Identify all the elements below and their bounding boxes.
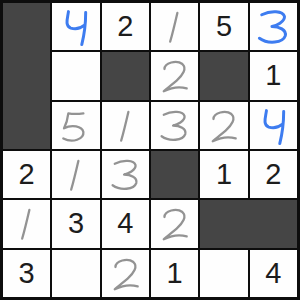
cell-r2c1[interactable]: [52, 102, 99, 149]
given-digit-2: 2: [19, 160, 35, 189]
given-digit-5: 5: [216, 12, 232, 41]
cell-r3c5[interactable]: 2: [250, 151, 297, 198]
cell-r1c5[interactable]: 1: [250, 52, 297, 99]
ink-digit-4: [52, 3, 99, 50]
pencil-digit-2: [153, 54, 196, 97]
given-digit-4: 4: [265, 259, 281, 288]
black-cell-r0c0: [3, 3, 50, 149]
cell-r3c0[interactable]: 2: [3, 151, 50, 198]
black-cell-r3c3: [151, 151, 198, 198]
given-digit-3: 3: [19, 259, 35, 288]
pencil-digit-2: [153, 202, 196, 245]
cell-r5c3[interactable]: 1: [151, 250, 198, 297]
given-digit-4: 4: [117, 209, 133, 238]
pencil-digit-1: [104, 104, 147, 147]
cell-r2c4[interactable]: [200, 102, 247, 149]
cell-r3c4[interactable]: 1: [200, 151, 247, 198]
cell-r5c0[interactable]: 3: [3, 250, 50, 297]
cell-r1c3[interactable]: [151, 52, 198, 99]
given-digit-2: 2: [117, 12, 133, 41]
pencil-digit-1: [153, 5, 196, 48]
cell-r5c1[interactable]: [52, 250, 99, 297]
cell-r2c3[interactable]: [151, 102, 198, 149]
cell-r4c0[interactable]: [3, 200, 50, 247]
cell-r5c5[interactable]: 4: [250, 250, 297, 297]
given-digit-1: 1: [167, 259, 183, 288]
ink-digit-3: [250, 3, 297, 50]
black-cell-r1c2: [102, 52, 149, 99]
pencil-digit-1: [54, 153, 97, 196]
cell-r2c2[interactable]: [102, 102, 149, 149]
ink-digit-4: [250, 102, 297, 149]
cell-r4c2[interactable]: 4: [102, 200, 149, 247]
pencil-digit-2: [104, 252, 147, 295]
cell-r0c2[interactable]: 2: [102, 3, 149, 50]
cell-r0c4[interactable]: 5: [200, 3, 247, 50]
black-cell-r1c4: [200, 52, 247, 99]
cell-r0c3[interactable]: [151, 3, 198, 50]
cell-r0c5[interactable]: [250, 3, 297, 50]
pencil-digit-2: [202, 104, 245, 147]
cell-r5c2[interactable]: [102, 250, 149, 297]
pencil-digit-3: [104, 153, 147, 196]
cell-r4c3[interactable]: [151, 200, 198, 247]
given-digit-2: 2: [265, 160, 281, 189]
pencil-digit-3: [153, 104, 196, 147]
cell-r0c1[interactable]: [52, 3, 99, 50]
cell-r4c1[interactable]: 3: [52, 200, 99, 247]
str8ts-board: 25121234314: [0, 0, 300, 300]
black-cell-r4c4: [200, 200, 297, 247]
cell-r3c1[interactable]: [52, 151, 99, 198]
cell-r5c4[interactable]: [200, 250, 247, 297]
given-digit-3: 3: [68, 209, 84, 238]
cell-r1c1[interactable]: [52, 52, 99, 99]
given-digit-1: 1: [216, 160, 232, 189]
cell-r3c2[interactable]: [102, 151, 149, 198]
given-digit-1: 1: [265, 61, 281, 90]
pencil-digit-1: [5, 202, 48, 245]
cell-r2c5[interactable]: [250, 102, 297, 149]
pencil-digit-5: [54, 104, 97, 147]
